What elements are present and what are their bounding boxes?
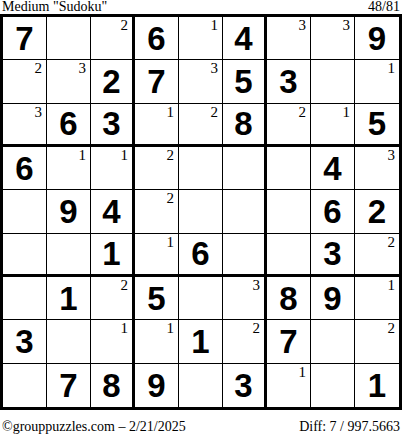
sudoku-cell-r3c1[interactable]: 3 xyxy=(3,104,47,147)
given-digit: 9 xyxy=(147,369,165,402)
given-digit: 8 xyxy=(102,369,120,402)
given-digit: 3 xyxy=(279,65,297,98)
sudoku-cell-r5c3[interactable]: 4 xyxy=(91,190,135,233)
given-digit: 1 xyxy=(102,237,120,270)
sudoku-cell-r9c4[interactable]: 9 xyxy=(135,364,179,407)
page-title: Medium "Sudoku" xyxy=(2,0,107,14)
sudoku-cell-r9c6[interactable]: 3 xyxy=(223,364,267,407)
given-digit: 4 xyxy=(102,195,120,228)
sudoku-cell-r3c2[interactable]: 6 xyxy=(47,104,91,147)
pencil-mark: 1 xyxy=(388,61,396,76)
sudoku-cell-r9c9[interactable]: 1 xyxy=(355,364,399,407)
sudoku-cell-r8c4[interactable]: 1 xyxy=(135,320,179,363)
given-digit: 4 xyxy=(234,22,252,55)
pencil-mark: 3 xyxy=(253,278,261,293)
sudoku-cell-r8c1[interactable]: 3 xyxy=(3,320,47,363)
given-digit: 6 xyxy=(59,107,77,140)
sudoku-cell-r3c7[interactable]: 2 xyxy=(267,104,311,147)
sudoku-cell-r1c8[interactable]: 3 xyxy=(311,17,355,60)
given-digit: 6 xyxy=(15,152,33,185)
sudoku-cell-r5c6[interactable] xyxy=(223,190,267,233)
sudoku-cell-r5c2[interactable]: 9 xyxy=(47,190,91,233)
sudoku-cell-r7c9[interactable]: 1 xyxy=(355,277,399,320)
sudoku-cell-r8c2[interactable] xyxy=(47,320,91,363)
pencil-mark: 2 xyxy=(35,61,43,76)
pencil-mark: 2 xyxy=(167,148,175,163)
sudoku-cell-r8c8[interactable] xyxy=(311,320,355,363)
sudoku-cell-r2c5[interactable]: 3 xyxy=(179,60,223,103)
sudoku-cell-r1c7[interactable]: 3 xyxy=(267,17,311,60)
sudoku-cell-r5c1[interactable] xyxy=(3,190,47,233)
pencil-mark: 3 xyxy=(343,18,351,33)
given-digit: 9 xyxy=(368,22,386,55)
given-digit: 5 xyxy=(234,65,252,98)
sudoku-cell-r1c6[interactable]: 4 xyxy=(223,17,267,60)
sudoku-cell-r9c8[interactable] xyxy=(311,364,355,407)
pencil-mark: 3 xyxy=(79,61,87,76)
sudoku-cell-r2c2[interactable]: 3 xyxy=(47,60,91,103)
given-digit: 6 xyxy=(323,195,341,228)
given-digit: 5 xyxy=(147,282,165,315)
sudoku-cell-r2c6[interactable]: 5 xyxy=(223,60,267,103)
sudoku-cell-r3c8[interactable]: 1 xyxy=(311,104,355,147)
sudoku-cell-r9c1[interactable] xyxy=(3,364,47,407)
sudoku-cell-r4c9[interactable]: 3 xyxy=(355,147,399,190)
cell-counter: 48/81 xyxy=(368,0,400,14)
pencil-mark: 2 xyxy=(388,235,396,250)
difficulty-rating: Diff: 7 / 997.5663 xyxy=(299,419,400,434)
given-digit: 7 xyxy=(147,65,165,98)
pencil-mark: 2 xyxy=(121,278,129,293)
pencil-mark: 1 xyxy=(299,365,307,380)
given-digit: 2 xyxy=(368,195,386,228)
pencil-mark: 2 xyxy=(299,105,307,120)
sudoku-cell-r6c3[interactable]: 1 xyxy=(91,234,135,277)
sudoku-cell-r4c1[interactable]: 6 xyxy=(3,147,47,190)
given-digit: 3 xyxy=(102,107,120,140)
sudoku-cell-r1c3[interactable]: 2 xyxy=(91,17,135,60)
sudoku-cell-r5c8[interactable]: 6 xyxy=(311,190,355,233)
footer: ©grouppuzzles.com – 2/21/2025 Diff: 7 / … xyxy=(0,419,402,437)
given-digit: 3 xyxy=(323,237,341,270)
given-digit: 8 xyxy=(279,282,297,315)
given-digit: 4 xyxy=(323,152,341,185)
sudoku-cell-r8c5[interactable]: 1 xyxy=(179,320,223,363)
sudoku-cell-r4c4[interactable]: 2 xyxy=(135,147,179,190)
header: Medium "Sudoku" 48/81 xyxy=(0,0,402,14)
pencil-mark: 2 xyxy=(167,191,175,206)
sudoku-cell-r3c9[interactable]: 5 xyxy=(355,104,399,147)
sudoku-cell-r2c9[interactable]: 1 xyxy=(355,60,399,103)
sudoku-cell-r3c6[interactable]: 8 xyxy=(223,104,267,147)
sudoku-cell-r7c1[interactable] xyxy=(3,277,47,320)
sudoku-cell-r8c9[interactable]: 2 xyxy=(355,320,399,363)
given-digit: 9 xyxy=(59,195,77,228)
sudoku-cell-r1c9[interactable]: 9 xyxy=(355,17,399,60)
sudoku-cell-r1c1[interactable]: 7 xyxy=(3,17,47,60)
pencil-mark: 1 xyxy=(388,278,396,293)
sudoku-cell-r6c6[interactable] xyxy=(223,234,267,277)
sudoku-cell-r1c2[interactable] xyxy=(47,17,91,60)
given-digit: 2 xyxy=(102,65,120,98)
sudoku-cell-r9c2[interactable]: 7 xyxy=(47,364,91,407)
sudoku-cell-r1c5[interactable]: 1 xyxy=(179,17,223,60)
sudoku-cell-r7c4[interactable]: 5 xyxy=(135,277,179,320)
given-digit: 9 xyxy=(323,282,341,315)
pencil-mark: 1 xyxy=(121,321,129,336)
sudoku-board: 7261433923273531363128215611243942621163… xyxy=(0,14,402,410)
sudoku-cell-r6c8[interactable]: 3 xyxy=(311,234,355,277)
sudoku-cell-r7c5[interactable] xyxy=(179,277,223,320)
sudoku-cell-r9c3[interactable]: 8 xyxy=(91,364,135,407)
sudoku-cell-r9c7[interactable]: 1 xyxy=(267,364,311,407)
pencil-mark: 2 xyxy=(211,105,219,120)
sudoku-cell-r6c4[interactable]: 1 xyxy=(135,234,179,277)
pencil-mark: 1 xyxy=(211,18,219,33)
pencil-mark: 1 xyxy=(343,105,351,120)
sudoku-cell-r7c8[interactable]: 9 xyxy=(311,277,355,320)
given-digit: 8 xyxy=(234,107,252,140)
given-digit: 1 xyxy=(59,282,77,315)
pencil-mark: 1 xyxy=(121,148,129,163)
given-digit: 7 xyxy=(15,22,33,55)
given-digit: 1 xyxy=(368,369,386,402)
sudoku-cell-r4c3[interactable]: 1 xyxy=(91,147,135,190)
pencil-mark: 3 xyxy=(35,105,43,120)
sudoku-cell-r4c2[interactable]: 1 xyxy=(47,147,91,190)
pencil-mark: 1 xyxy=(79,148,87,163)
pencil-mark: 1 xyxy=(167,235,175,250)
pencil-mark: 2 xyxy=(253,321,261,336)
sudoku-cell-r1c4[interactable]: 6 xyxy=(135,17,179,60)
sudoku-cell-r6c5[interactable]: 6 xyxy=(179,234,223,277)
given-digit: 7 xyxy=(59,369,77,402)
sudoku-cell-r6c9[interactable]: 2 xyxy=(355,234,399,277)
sudoku-cell-r7c3[interactable]: 2 xyxy=(91,277,135,320)
sudoku-page: Medium "Sudoku" 48/81 726143392327353136… xyxy=(0,0,402,437)
pencil-mark: 1 xyxy=(167,321,175,336)
sudoku-cell-r2c1[interactable]: 2 xyxy=(3,60,47,103)
sudoku-cell-r7c7[interactable]: 8 xyxy=(267,277,311,320)
sudoku-cell-r3c4[interactable]: 1 xyxy=(135,104,179,147)
copyright-date: ©grouppuzzles.com – 2/21/2025 xyxy=(2,419,186,434)
sudoku-cell-r5c5[interactable] xyxy=(179,190,223,233)
sudoku-cell-r9c5[interactable] xyxy=(179,364,223,407)
sudoku-cell-r5c7[interactable] xyxy=(267,190,311,233)
pencil-mark: 3 xyxy=(299,18,307,33)
given-digit: 6 xyxy=(147,22,165,55)
sudoku-cell-r3c5[interactable]: 2 xyxy=(179,104,223,147)
sudoku-cell-r3c3[interactable]: 3 xyxy=(91,104,135,147)
sudoku-cell-r7c6[interactable]: 3 xyxy=(223,277,267,320)
sudoku-cell-r8c7[interactable]: 7 xyxy=(267,320,311,363)
sudoku-cell-r2c4[interactable]: 7 xyxy=(135,60,179,103)
given-digit: 5 xyxy=(368,107,386,140)
sudoku-cell-r2c7[interactable]: 3 xyxy=(267,60,311,103)
given-digit: 7 xyxy=(279,325,297,358)
given-digit: 3 xyxy=(234,369,252,402)
pencil-mark: 3 xyxy=(211,61,219,76)
sudoku-cell-r4c6[interactable] xyxy=(223,147,267,190)
sudoku-cell-r2c8[interactable] xyxy=(311,60,355,103)
pencil-mark: 1 xyxy=(167,105,175,120)
pencil-mark: 2 xyxy=(388,321,396,336)
sudoku-cell-r7c2[interactable]: 1 xyxy=(47,277,91,320)
sudoku-cell-r6c1[interactable] xyxy=(3,234,47,277)
sudoku-cell-r4c5[interactable] xyxy=(179,147,223,190)
pencil-mark: 2 xyxy=(121,18,129,33)
sudoku-cell-r8c6[interactable]: 2 xyxy=(223,320,267,363)
given-digit: 6 xyxy=(191,237,209,270)
pencil-mark: 3 xyxy=(388,148,396,163)
sudoku-cell-r8c3[interactable]: 1 xyxy=(91,320,135,363)
sudoku-cell-r6c2[interactable] xyxy=(47,234,91,277)
given-digit: 1 xyxy=(191,325,209,358)
sudoku-cell-r5c4[interactable]: 2 xyxy=(135,190,179,233)
given-digit: 3 xyxy=(15,325,33,358)
sudoku-cell-r4c8[interactable]: 4 xyxy=(311,147,355,190)
sudoku-cell-r6c7[interactable] xyxy=(267,234,311,277)
sudoku-cell-r4c7[interactable] xyxy=(267,147,311,190)
sudoku-cell-r2c3[interactable]: 2 xyxy=(91,60,135,103)
sudoku-cell-r5c9[interactable]: 2 xyxy=(355,190,399,233)
